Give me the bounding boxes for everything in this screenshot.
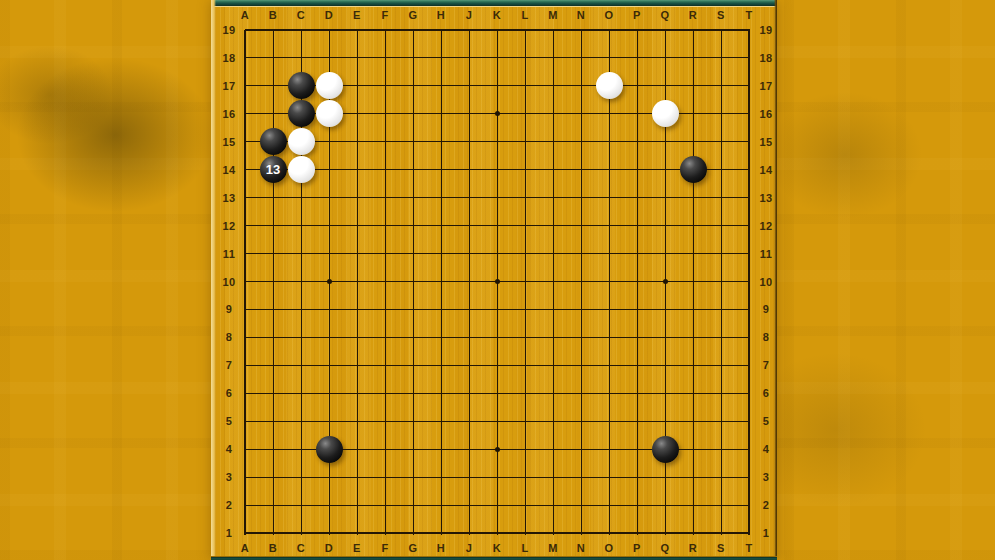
column-label-bottom-R: R bbox=[681, 541, 705, 555]
row-label-right-1: 1 bbox=[754, 526, 778, 540]
row-label-left-2: 2 bbox=[217, 498, 241, 512]
grid-line-horizontal bbox=[245, 141, 750, 142]
column-label-top-F: F bbox=[373, 8, 397, 22]
column-label-bottom-F: F bbox=[373, 541, 397, 555]
column-label-bottom-G: G bbox=[401, 541, 425, 555]
white-stone-O17[interactable] bbox=[596, 72, 623, 99]
row-label-right-17: 17 bbox=[754, 79, 778, 93]
grid-line-vertical bbox=[244, 30, 246, 535]
column-label-bottom-M: M bbox=[541, 541, 565, 555]
column-label-top-P: P bbox=[625, 8, 649, 22]
row-label-right-19: 19 bbox=[754, 23, 778, 37]
row-label-left-18: 18 bbox=[217, 51, 241, 65]
white-stone-D16[interactable] bbox=[316, 100, 343, 127]
star-point-K10 bbox=[495, 279, 500, 284]
grid-line-vertical bbox=[609, 30, 610, 535]
grid-line-horizontal bbox=[245, 393, 750, 394]
row-label-left-4: 4 bbox=[217, 442, 241, 456]
row-label-right-18: 18 bbox=[754, 51, 778, 65]
grid-line-horizontal bbox=[245, 365, 750, 366]
black-stone-D4[interactable] bbox=[316, 436, 343, 463]
row-label-left-14: 14 bbox=[217, 163, 241, 177]
row-label-right-8: 8 bbox=[754, 330, 778, 344]
column-label-top-A: A bbox=[233, 8, 257, 22]
row-label-left-7: 7 bbox=[217, 358, 241, 372]
grid-line-horizontal bbox=[245, 337, 750, 338]
column-label-bottom-H: H bbox=[429, 541, 453, 555]
grid-line-vertical bbox=[525, 30, 526, 535]
row-label-left-1: 1 bbox=[217, 526, 241, 540]
black-stone-C16[interactable] bbox=[288, 100, 315, 127]
grid-line-horizontal bbox=[245, 225, 750, 226]
white-stone-C14[interactable] bbox=[288, 156, 315, 183]
panel-bottom-trim bbox=[211, 556, 777, 560]
column-label-bottom-A: A bbox=[233, 541, 257, 555]
grid-line-horizontal bbox=[245, 309, 750, 310]
grid-line-vertical bbox=[273, 30, 274, 535]
white-stone-D17[interactable] bbox=[316, 72, 343, 99]
black-stone-Q4[interactable] bbox=[652, 436, 679, 463]
column-label-top-O: O bbox=[597, 8, 621, 22]
grid-line-vertical bbox=[553, 30, 554, 535]
grid-line-horizontal bbox=[245, 169, 750, 170]
column-label-top-M: M bbox=[541, 8, 565, 22]
column-label-top-L: L bbox=[513, 8, 537, 22]
row-label-left-9: 9 bbox=[217, 302, 241, 316]
column-label-bottom-N: N bbox=[569, 541, 593, 555]
black-stone-B15[interactable] bbox=[260, 128, 287, 155]
row-label-left-8: 8 bbox=[217, 330, 241, 344]
white-stone-C15[interactable] bbox=[288, 128, 315, 155]
column-label-bottom-E: E bbox=[345, 541, 369, 555]
row-label-left-16: 16 bbox=[217, 107, 241, 121]
column-label-bottom-P: P bbox=[625, 541, 649, 555]
grid-line-vertical bbox=[637, 30, 638, 535]
column-label-top-Q: Q bbox=[653, 8, 677, 22]
grid-line-horizontal bbox=[245, 532, 750, 534]
row-label-right-14: 14 bbox=[754, 163, 778, 177]
column-label-bottom-T: T bbox=[737, 541, 761, 555]
column-label-top-T: T bbox=[737, 8, 761, 22]
column-label-bottom-L: L bbox=[513, 541, 537, 555]
grid-line-vertical bbox=[721, 30, 722, 535]
column-label-top-D: D bbox=[317, 8, 341, 22]
column-label-top-H: H bbox=[429, 8, 453, 22]
star-point-K16 bbox=[495, 111, 500, 116]
app-background: AABBCCDDEEFFGGHHJJKKLLMMNNOOPPQQRRSSTT19… bbox=[0, 0, 995, 560]
grid-line-vertical bbox=[469, 30, 470, 535]
grid-line-vertical bbox=[693, 30, 694, 535]
row-label-left-5: 5 bbox=[217, 414, 241, 428]
column-label-bottom-S: S bbox=[709, 541, 733, 555]
grid-line-horizontal bbox=[245, 505, 750, 506]
grid-line-horizontal bbox=[245, 253, 750, 254]
grid-line-vertical bbox=[581, 30, 582, 535]
column-label-top-B: B bbox=[261, 8, 285, 22]
column-label-bottom-J: J bbox=[457, 541, 481, 555]
panel-top-trim bbox=[211, 0, 777, 7]
row-label-right-9: 9 bbox=[754, 302, 778, 316]
column-label-bottom-C: C bbox=[289, 541, 313, 555]
row-label-left-13: 13 bbox=[217, 191, 241, 205]
row-label-right-3: 3 bbox=[754, 470, 778, 484]
row-label-right-12: 12 bbox=[754, 219, 778, 233]
column-label-top-C: C bbox=[289, 8, 313, 22]
column-label-top-S: S bbox=[709, 8, 733, 22]
grid-line-vertical bbox=[748, 30, 750, 535]
black-stone-C17[interactable] bbox=[288, 72, 315, 99]
row-label-right-16: 16 bbox=[754, 107, 778, 121]
row-label-left-11: 11 bbox=[217, 247, 241, 261]
row-label-right-5: 5 bbox=[754, 414, 778, 428]
row-label-right-2: 2 bbox=[754, 498, 778, 512]
grid-line-horizontal bbox=[245, 477, 750, 478]
column-label-bottom-D: D bbox=[317, 541, 341, 555]
row-label-left-15: 15 bbox=[217, 135, 241, 149]
column-label-bottom-K: K bbox=[485, 541, 509, 555]
row-label-left-3: 3 bbox=[217, 470, 241, 484]
row-label-left-19: 19 bbox=[217, 23, 241, 37]
star-point-K4 bbox=[495, 447, 500, 452]
column-label-top-G: G bbox=[401, 8, 425, 22]
row-label-right-15: 15 bbox=[754, 135, 778, 149]
star-point-Q10 bbox=[663, 279, 668, 284]
grid-line-vertical bbox=[357, 30, 358, 535]
column-label-top-R: R bbox=[681, 8, 705, 22]
row-label-right-13: 13 bbox=[754, 191, 778, 205]
black-stone-B14[interactable]: 13 bbox=[260, 156, 287, 183]
row-label-left-10: 10 bbox=[217, 275, 241, 289]
row-label-right-6: 6 bbox=[754, 386, 778, 400]
white-stone-Q16[interactable] bbox=[652, 100, 679, 127]
board-left-bevel bbox=[211, 0, 216, 560]
row-label-right-11: 11 bbox=[754, 247, 778, 261]
grid-line-vertical bbox=[413, 30, 414, 535]
column-label-bottom-B: B bbox=[261, 541, 285, 555]
black-stone-R14[interactable] bbox=[680, 156, 707, 183]
grid-line-horizontal bbox=[245, 197, 750, 198]
row-label-left-6: 6 bbox=[217, 386, 241, 400]
grid-line-vertical bbox=[385, 30, 386, 535]
column-label-top-E: E bbox=[345, 8, 369, 22]
row-label-right-10: 10 bbox=[754, 275, 778, 289]
star-point-D10 bbox=[327, 279, 332, 284]
column-label-top-N: N bbox=[569, 8, 593, 22]
row-label-left-17: 17 bbox=[217, 79, 241, 93]
column-label-top-K: K bbox=[485, 8, 509, 22]
last-move-number: 13 bbox=[260, 156, 287, 183]
go-board-panel: AABBCCDDEEFFGGHHJJKKLLMMNNOOPPQQRRSSTT19… bbox=[211, 0, 777, 560]
grid-line-horizontal bbox=[245, 57, 750, 58]
column-label-bottom-O: O bbox=[597, 541, 621, 555]
row-label-right-4: 4 bbox=[754, 442, 778, 456]
row-label-right-7: 7 bbox=[754, 358, 778, 372]
grid-line-horizontal bbox=[245, 29, 750, 31]
column-label-bottom-Q: Q bbox=[653, 541, 677, 555]
column-label-top-J: J bbox=[457, 8, 481, 22]
row-label-left-12: 12 bbox=[217, 219, 241, 233]
grid-line-horizontal bbox=[245, 421, 750, 422]
grid-line-vertical bbox=[441, 30, 442, 535]
